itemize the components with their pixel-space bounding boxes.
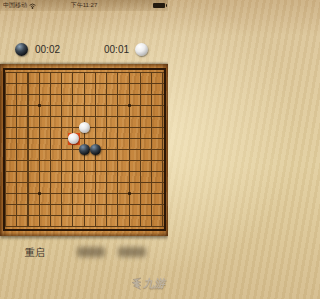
blurred-button-1[interactable] [77,247,105,257]
wifi-icon [29,3,36,9]
star-point [38,104,41,107]
restart-button[interactable]: 重启 [25,246,45,260]
white-stone [79,122,90,133]
clock-row: 00:02 00:01 [0,39,168,59]
black-clock: 00:02 [35,44,60,55]
watermark-text: 九游 [143,276,165,291]
bottom-controls: 重启 [0,243,168,261]
white-player-stone-icon [135,43,148,56]
board-grid[interactable] [0,67,168,232]
watermark: 九游 [131,276,165,291]
star-point [38,192,41,195]
carrier-label: 中国移动 [3,1,27,10]
carrier-group: 中国移动 [3,1,36,10]
white-stone [68,133,79,144]
black-player-stone-icon [15,43,28,56]
star-point [128,192,131,195]
black-stone [90,144,101,155]
status-time: 下午11:27 [71,1,98,10]
jiuyou-logo-icon [131,277,142,290]
star-point [128,104,131,107]
blurred-button-2[interactable] [118,247,146,257]
status-bar: 中国移动 下午11:27 [0,0,168,11]
black-stone [79,144,90,155]
battery-icon [153,3,165,8]
white-clock: 00:01 [104,44,129,55]
gomoku-board[interactable] [0,64,168,236]
